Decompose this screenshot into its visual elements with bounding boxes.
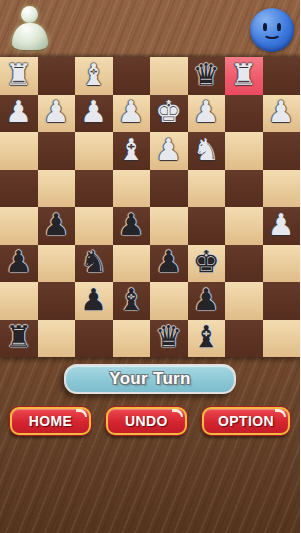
square-g6[interactable] — [38, 245, 76, 283]
square-c7[interactable]: ♟ — [188, 282, 226, 320]
square-a4[interactable] — [263, 170, 301, 208]
square-g7[interactable] — [38, 282, 76, 320]
home-button-label: HOME — [29, 413, 73, 429]
square-b6[interactable] — [225, 245, 263, 283]
black-queen-piece: ♛ — [155, 322, 182, 352]
undo-button[interactable]: UNDO — [106, 407, 187, 435]
black-queen-piece: ♛ — [193, 60, 220, 90]
black-pawn-piece: ♟ — [118, 210, 145, 240]
square-a5[interactable]: ♟ — [263, 207, 301, 245]
square-e4[interactable] — [113, 170, 151, 208]
square-a7[interactable] — [263, 282, 301, 320]
square-d8[interactable]: ♛ — [150, 320, 188, 358]
black-pawn-piece: ♟ — [155, 247, 182, 277]
square-f6[interactable]: ♞ — [75, 245, 113, 283]
square-d7[interactable] — [150, 282, 188, 320]
black-bishop-piece: ♝ — [193, 322, 220, 352]
square-e2[interactable]: ♟ — [113, 95, 151, 133]
square-d3[interactable]: ♟ — [150, 132, 188, 170]
square-e7[interactable]: ♝ — [113, 282, 151, 320]
button-shine-icon — [76, 409, 87, 417]
square-g8[interactable] — [38, 320, 76, 358]
white-bishop-piece: ♝ — [80, 60, 107, 90]
smiley-mouth — [263, 28, 281, 39]
square-h6[interactable]: ♟ — [0, 245, 38, 283]
undo-button-label: UNDO — [125, 413, 168, 429]
square-a6[interactable] — [263, 245, 301, 283]
white-pawn-piece: ♟ — [155, 135, 182, 165]
square-g3[interactable] — [38, 132, 76, 170]
square-g5[interactable]: ♟ — [38, 207, 76, 245]
square-b2[interactable] — [225, 95, 263, 133]
person-icon-body — [12, 23, 48, 50]
white-pawn-piece: ♟ — [118, 97, 145, 127]
square-e5[interactable]: ♟ — [113, 207, 151, 245]
square-f1[interactable]: ♝ — [75, 57, 113, 95]
square-h2[interactable]: ♟ — [0, 95, 38, 133]
black-bishop-piece: ♝ — [118, 285, 145, 315]
square-b4[interactable] — [225, 170, 263, 208]
square-a1[interactable] — [263, 57, 301, 95]
square-h8[interactable]: ♜ — [0, 320, 38, 358]
square-e1[interactable] — [113, 57, 151, 95]
square-b7[interactable] — [225, 282, 263, 320]
home-button[interactable]: HOME — [10, 407, 91, 435]
square-a2[interactable]: ♟ — [263, 95, 301, 133]
black-pawn-piece: ♟ — [43, 210, 70, 240]
square-a3[interactable] — [263, 132, 301, 170]
white-pawn-piece: ♟ — [268, 210, 295, 240]
white-bishop-piece: ♝ — [118, 135, 145, 165]
square-h4[interactable] — [0, 170, 38, 208]
square-d5[interactable] — [150, 207, 188, 245]
square-b8[interactable] — [225, 320, 263, 358]
square-h7[interactable] — [0, 282, 38, 320]
square-c8[interactable]: ♝ — [188, 320, 226, 358]
square-d2[interactable]: ♚ — [150, 95, 188, 133]
square-c5[interactable] — [188, 207, 226, 245]
person-icon-head — [21, 6, 38, 23]
opponent-smiley-avatar-icon — [250, 8, 294, 52]
square-g1[interactable] — [38, 57, 76, 95]
option-button-label: OPTION — [218, 413, 274, 429]
square-c6[interactable]: ♚ — [188, 245, 226, 283]
square-c2[interactable]: ♟ — [188, 95, 226, 133]
option-button[interactable]: OPTION — [202, 407, 290, 435]
square-h3[interactable] — [0, 132, 38, 170]
square-e8[interactable] — [113, 320, 151, 358]
button-shine-icon — [275, 409, 286, 417]
white-rook-piece: ♜ — [5, 60, 32, 90]
turn-banner: Your Turn — [64, 364, 236, 394]
square-e3[interactable]: ♝ — [113, 132, 151, 170]
white-pawn-piece: ♟ — [5, 97, 32, 127]
square-f8[interactable] — [75, 320, 113, 358]
player-person-avatar-icon — [9, 5, 51, 53]
black-pawn-piece: ♟ — [193, 285, 220, 315]
button-bar: HOME UNDO OPTION — [10, 407, 290, 435]
black-king-piece: ♚ — [193, 247, 220, 277]
black-pawn-piece: ♟ — [80, 285, 107, 315]
square-e6[interactable] — [113, 245, 151, 283]
white-king-piece: ♚ — [155, 97, 182, 127]
chess-board[interactable]: ♜♝♛♜♟♟♟♟♚♟♟♝♟♞♟♟♟♟♞♟♚♟♝♟♜♛♝ — [0, 57, 300, 357]
turn-banner-label: Your Turn — [109, 369, 190, 389]
white-pawn-piece: ♟ — [268, 97, 295, 127]
white-knight-piece: ♞ — [193, 135, 220, 165]
square-f2[interactable]: ♟ — [75, 95, 113, 133]
black-pawn-piece: ♟ — [5, 247, 32, 277]
square-c4[interactable] — [188, 170, 226, 208]
square-b3[interactable] — [225, 132, 263, 170]
square-h1[interactable]: ♜ — [0, 57, 38, 95]
square-f7[interactable]: ♟ — [75, 282, 113, 320]
white-pawn-piece: ♟ — [193, 97, 220, 127]
square-d6[interactable]: ♟ — [150, 245, 188, 283]
black-knight-piece: ♞ — [80, 247, 107, 277]
square-h5[interactable] — [0, 207, 38, 245]
square-c1[interactable]: ♛ — [188, 57, 226, 95]
square-b1[interactable]: ♜ — [225, 57, 263, 95]
white-pawn-piece: ♟ — [43, 97, 70, 127]
black-rook-piece: ♜ — [5, 322, 32, 352]
square-g2[interactable]: ♟ — [38, 95, 76, 133]
square-f3[interactable] — [75, 132, 113, 170]
square-d4[interactable] — [150, 170, 188, 208]
white-rook-piece: ♜ — [230, 60, 257, 90]
white-pawn-piece: ♟ — [80, 97, 107, 127]
square-d1[interactable] — [150, 57, 188, 95]
square-g4[interactable] — [38, 170, 76, 208]
square-b5[interactable] — [225, 207, 263, 245]
square-a8[interactable] — [263, 320, 301, 358]
square-f5[interactable] — [75, 207, 113, 245]
button-shine-icon — [172, 409, 183, 417]
square-f4[interactable] — [75, 170, 113, 208]
square-c3[interactable]: ♞ — [188, 132, 226, 170]
